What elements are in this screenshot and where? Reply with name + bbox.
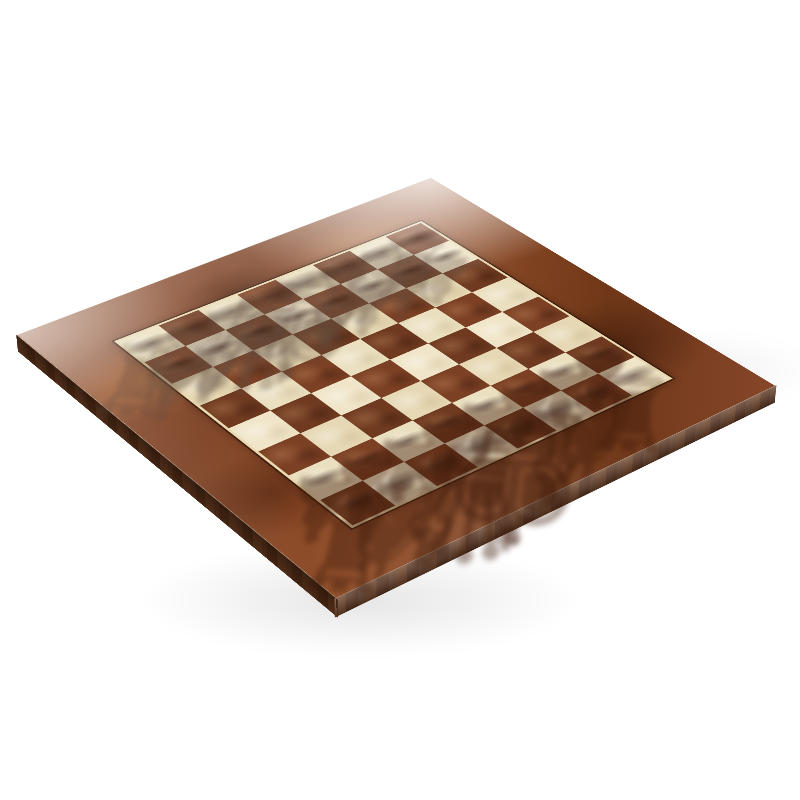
scene: ♜♜♞♞♝♝♛♛♚♚♝♝♞♞♜♜♟♟♟♟♟♟♟♟♟♟♟♟♟♟♟♟♟♟♟♟♟♟♟♟… xyxy=(0,0,800,800)
product-photo: ♜♜♞♞♝♝♛♛♚♚♝♝♞♞♜♜♟♟♟♟♟♟♟♟♟♟♟♟♟♟♟♟♟♟♟♟♟♟♟♟… xyxy=(0,0,800,800)
chess-board: ♜♜♞♞♝♝♛♛♚♚♝♝♞♞♜♜♟♟♟♟♟♟♟♟♟♟♟♟♟♟♟♟♟♟♟♟♟♟♟♟… xyxy=(17,178,775,598)
piece-glyph: ♟ xyxy=(144,293,214,371)
piece-glyph: ♜ xyxy=(309,404,407,513)
